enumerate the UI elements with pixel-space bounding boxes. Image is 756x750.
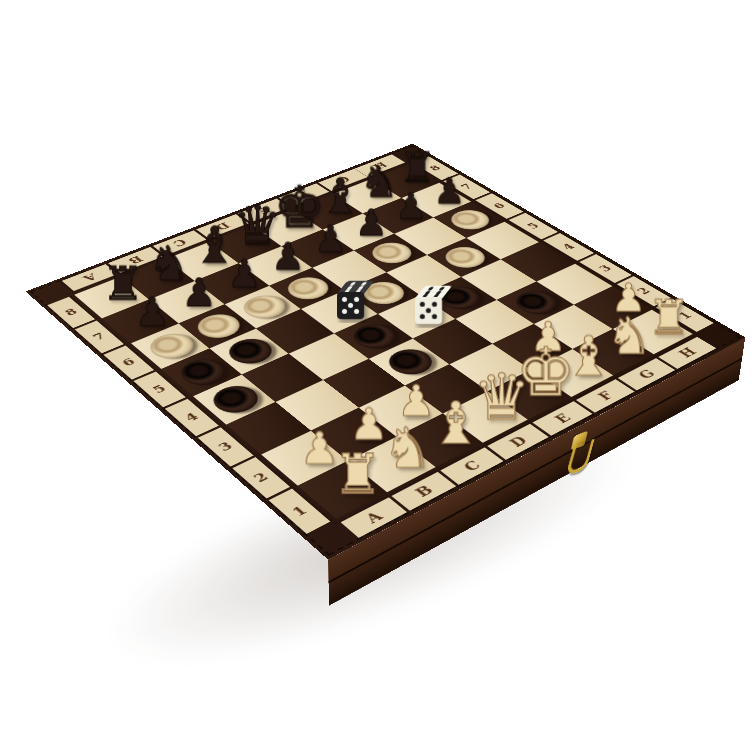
die-pip (419, 315, 424, 320)
die-pip (341, 297, 346, 302)
black-pawn[interactable]: ♟ (313, 222, 346, 257)
black-pawn[interactable]: ♟ (394, 189, 426, 223)
die-pip (341, 310, 346, 315)
white-rook[interactable]: ♜ (333, 450, 382, 502)
dark-checker[interactable] (380, 344, 440, 379)
die-pip (432, 315, 437, 320)
die-pip (419, 302, 424, 307)
black-pawn[interactable]: ♟ (433, 174, 465, 208)
die-front-face (414, 297, 441, 324)
white-bishop[interactable]: ♝ (429, 396, 481, 451)
die-pip (348, 303, 353, 308)
white-knight[interactable]: ♞ (382, 423, 432, 476)
white-rook[interactable]: ♜ (647, 296, 690, 342)
black-pawn[interactable]: ♟ (227, 256, 261, 292)
die-pip (425, 308, 430, 313)
black-knight[interactable]: ♞ (359, 162, 399, 204)
die-front-face (337, 292, 364, 319)
black-pawn[interactable]: ♟ (271, 239, 305, 275)
black-rook[interactable]: ♜ (399, 149, 436, 189)
black-pawn[interactable]: ♟ (134, 293, 169, 331)
die-pip (354, 297, 359, 302)
die-pip (432, 302, 437, 307)
die-pip (354, 310, 359, 315)
white-die[interactable] (414, 297, 441, 324)
black-pawn[interactable]: ♟ (181, 274, 216, 311)
chess-set-photo: 87654321 87654321 ABCDEFGH ABCDEFGH ♜♞♝♛… (0, 0, 756, 750)
black-die[interactable] (337, 292, 364, 319)
black-pawn[interactable]: ♟ (355, 205, 388, 240)
